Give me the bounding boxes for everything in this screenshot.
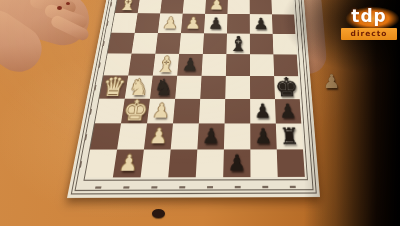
frame-tick	[110, 2, 112, 6]
square-a7	[111, 13, 137, 33]
square-f5	[226, 54, 250, 76]
square-a1	[85, 150, 117, 178]
square-h7	[272, 14, 295, 34]
square-h4	[274, 76, 300, 99]
square-a5	[104, 53, 132, 75]
square-g1	[250, 149, 277, 177]
square-d5	[177, 54, 203, 76]
square-e6	[203, 33, 227, 54]
square-d4	[175, 76, 201, 99]
square-h3	[275, 99, 301, 123]
square-b2	[117, 123, 147, 149]
captured-white-pawn: ♟	[323, 70, 340, 92]
frame-tick	[207, 186, 213, 188]
square-c6	[155, 33, 181, 54]
square-f2	[224, 123, 250, 149]
square-e3	[199, 99, 225, 124]
square-e1	[196, 149, 224, 177]
channel-name: tdp	[340, 5, 398, 27]
frame-tick	[89, 109, 92, 115]
frame-tick	[84, 134, 87, 140]
square-a8	[115, 0, 140, 13]
square-a2	[90, 123, 121, 149]
frame-tick	[94, 85, 97, 90]
square-h8	[271, 0, 294, 15]
frame-tick	[179, 186, 185, 188]
chess-board: ♝♟♟♟♟♟♝♝♟♛♞♞♚♚♟♟♟♟♟♟♜♟♟	[67, 0, 320, 198]
square-g8	[250, 0, 272, 14]
square-a4	[99, 75, 128, 98]
square-c2	[144, 123, 173, 149]
square-c8	[160, 0, 184, 14]
square-b5	[128, 54, 155, 76]
tv-frame: ♝♟♟♟♟♟♝♝♟♛♞♞♚♚♟♟♟♟♟♟♜♟♟ ♟ tdp directo	[0, 0, 400, 226]
square-f6	[226, 34, 250, 55]
square-f7	[227, 14, 250, 34]
square-d7	[181, 14, 205, 34]
square-h1	[277, 149, 305, 177]
frame-tick	[95, 186, 101, 188]
square-e4	[200, 76, 226, 99]
table-spot	[57, 6, 62, 10]
square-d1	[168, 149, 197, 177]
square-f1	[223, 149, 250, 177]
square-f8	[227, 0, 249, 14]
square-c1	[141, 149, 171, 177]
square-g4	[250, 76, 275, 99]
square-d2	[171, 123, 199, 149]
square-b8	[138, 0, 163, 13]
frame-tick	[151, 186, 157, 188]
square-c3	[147, 99, 175, 124]
square-g3	[250, 99, 276, 123]
square-b6	[132, 33, 158, 54]
square-h6	[273, 34, 297, 55]
square-f3	[225, 99, 251, 124]
frame-tick	[98, 63, 101, 68]
dark-piece-on-table	[152, 209, 165, 218]
square-f4	[225, 76, 250, 99]
frame-tick	[79, 161, 82, 167]
board-grid: ♝♟♟♟♟♟♝♝♟♛♞♞♚♚♟♟♟♟♟♟♜♟♟	[85, 0, 305, 177]
frame-tick	[262, 186, 268, 188]
square-a3	[95, 99, 125, 124]
square-d6	[179, 33, 204, 54]
square-b4	[125, 75, 153, 98]
frame-tick	[106, 21, 109, 26]
square-b1	[113, 150, 144, 178]
frame-tick	[102, 41, 105, 46]
square-c5	[153, 54, 179, 76]
square-b7	[135, 13, 161, 33]
square-b3	[121, 99, 150, 124]
square-a6	[108, 33, 135, 54]
square-d8	[183, 0, 206, 14]
frame-tick	[235, 186, 241, 188]
table-spot	[66, 2, 70, 5]
square-c4	[150, 76, 177, 99]
square-e5	[202, 54, 227, 76]
square-e8	[205, 0, 228, 14]
square-e7	[204, 14, 227, 34]
square-g6	[250, 34, 274, 55]
square-g2	[250, 123, 276, 149]
directo-badge: directo	[341, 28, 397, 40]
square-g5	[250, 54, 274, 76]
frame-tick	[123, 186, 129, 188]
frame-tick	[290, 186, 296, 188]
square-h2	[276, 124, 303, 150]
square-c7	[158, 13, 183, 33]
square-h5	[273, 54, 298, 76]
tdp-logo: tdp directo	[340, 5, 398, 45]
square-d3	[173, 99, 200, 124]
square-e2	[197, 123, 224, 149]
square-g7	[250, 14, 273, 34]
